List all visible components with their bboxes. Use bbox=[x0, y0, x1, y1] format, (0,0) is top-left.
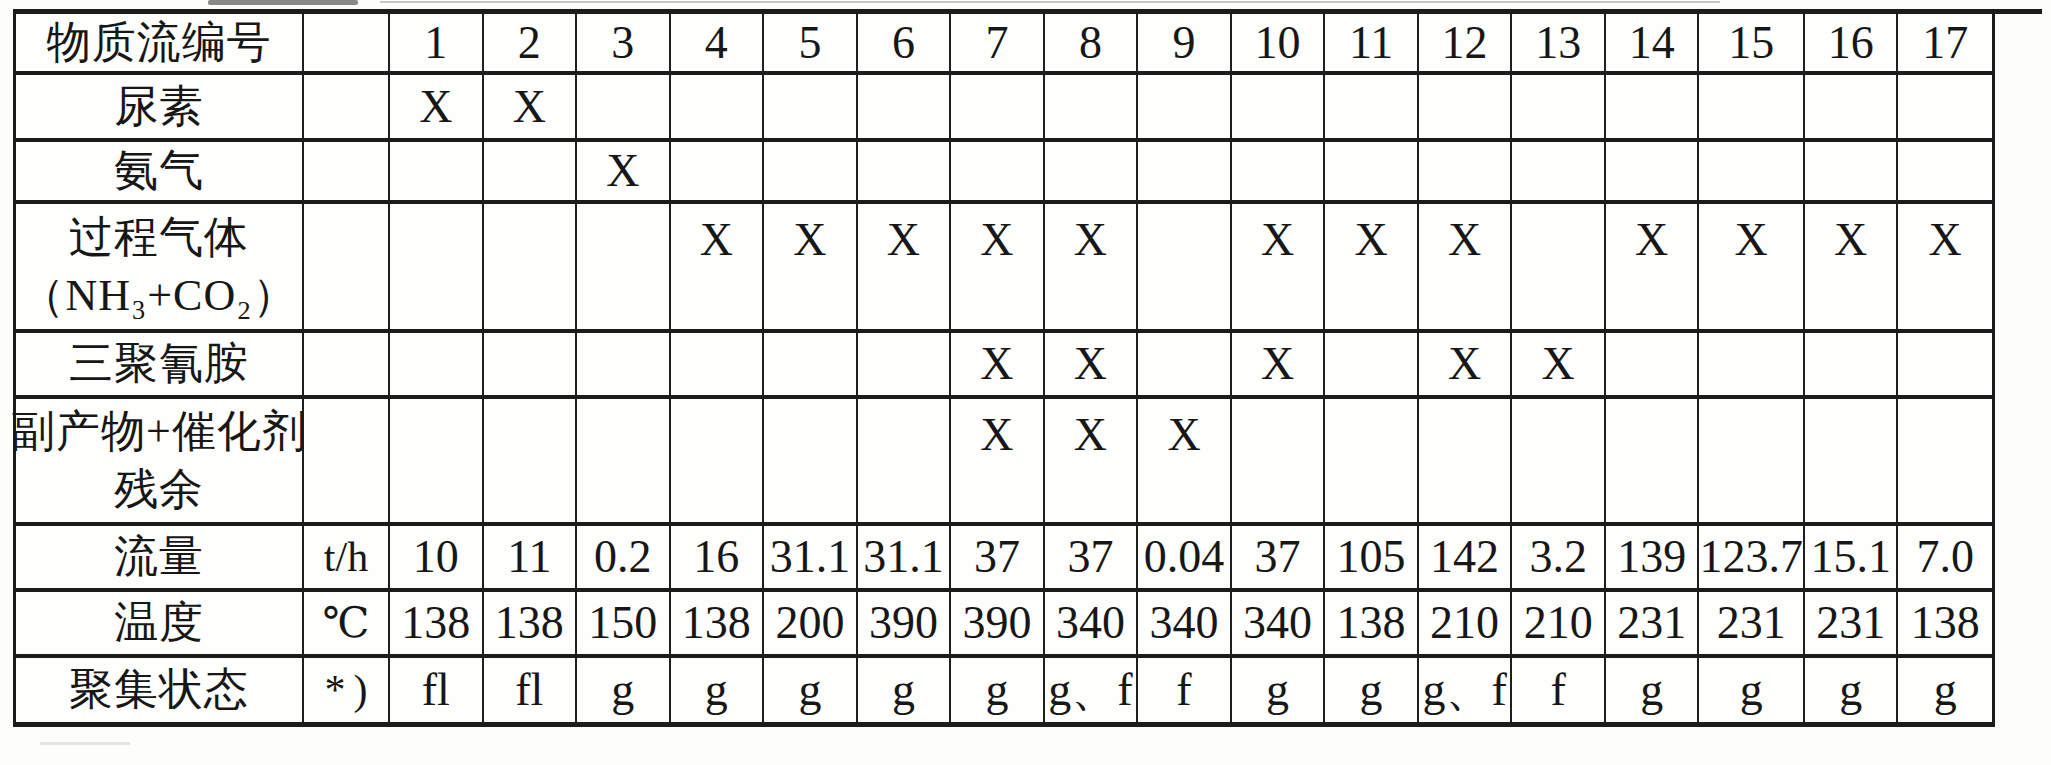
cell-ammonia-stream-3: X bbox=[577, 142, 671, 204]
cell-ammonia-stream-7 bbox=[951, 142, 1045, 204]
cell-stream-number-stream-15: 15 bbox=[1699, 14, 1805, 75]
cell-ammonia-stream-8 bbox=[1045, 142, 1139, 204]
cell-melamine-stream-16 bbox=[1805, 333, 1899, 399]
cell-ammonia-stream-10 bbox=[1232, 142, 1326, 204]
cell-aggregation-state-stream-4: g bbox=[671, 658, 765, 722]
cell-byproduct-catalyst-residue-stream-12 bbox=[1419, 399, 1513, 526]
row-label-ammonia-line: 氨气 bbox=[114, 142, 204, 200]
cell-process-gas-stream-12: X bbox=[1419, 204, 1513, 333]
cell-urea-stream-10 bbox=[1232, 75, 1326, 142]
cell-melamine-stream-14 bbox=[1606, 333, 1700, 399]
cell-urea-stream-14 bbox=[1606, 75, 1700, 142]
cell-temperature-stream-5: 200 bbox=[764, 592, 858, 658]
row-label-urea-line: 尿素 bbox=[114, 78, 204, 136]
cell-stream-number-stream-4: 4 bbox=[671, 14, 765, 75]
cell-ammonia-stream-11 bbox=[1325, 142, 1419, 204]
cell-ammonia-stream-16 bbox=[1805, 142, 1899, 204]
cell-aggregation-state-stream-16: g bbox=[1805, 658, 1899, 722]
cell-stream-number-stream-1: 1 bbox=[390, 14, 484, 75]
row-label-stream-number: 物质流编号 bbox=[16, 14, 304, 75]
row-label-stream-number-line: 物质流编号 bbox=[47, 14, 272, 72]
table-top-border-overhang bbox=[1990, 9, 2042, 14]
cell-melamine-stream-1 bbox=[390, 333, 484, 399]
cell-temperature-stream-15: 231 bbox=[1699, 592, 1805, 658]
cell-byproduct-catalyst-residue-stream-9: X bbox=[1138, 399, 1232, 526]
cell-stream-number-stream-13: 13 bbox=[1512, 14, 1606, 75]
cell-melamine-stream-7: X bbox=[951, 333, 1045, 399]
cell-flow-rate-stream-17: 7.0 bbox=[1898, 526, 1992, 592]
cell-process-gas-stream-10: X bbox=[1232, 204, 1326, 333]
cell-flow-rate-stream-7: 37 bbox=[951, 526, 1045, 592]
cell-temperature-stream-8: 340 bbox=[1045, 592, 1139, 658]
cell-stream-number-stream-3: 3 bbox=[577, 14, 671, 75]
cell-process-gas-stream-1 bbox=[390, 204, 484, 333]
row-unit-aggregation-state: *) bbox=[304, 658, 390, 722]
cell-stream-number-stream-10: 10 bbox=[1232, 14, 1326, 75]
cell-temperature-stream-7: 390 bbox=[951, 592, 1045, 658]
cell-process-gas-stream-7: X bbox=[951, 204, 1045, 333]
scanned-page: 物质流编号1234567891011121314151617尿素XX氨气X过程气… bbox=[0, 0, 2051, 765]
cell-urea-stream-2: X bbox=[484, 75, 578, 142]
cell-urea-stream-7 bbox=[951, 75, 1045, 142]
cell-byproduct-catalyst-residue-stream-13 bbox=[1512, 399, 1606, 526]
cell-stream-number-stream-8: 8 bbox=[1045, 14, 1139, 75]
row-label-byproduct-catalyst-residue-line: 残余 bbox=[114, 461, 204, 519]
cell-melamine-stream-2 bbox=[484, 333, 578, 399]
row-label-byproduct-catalyst-residue-line: 副产物+催化剂 bbox=[11, 403, 307, 461]
row-unit-temperature: ℃ bbox=[304, 592, 390, 658]
row-label-temperature: 温度 bbox=[16, 592, 304, 658]
cell-aggregation-state-stream-17: g bbox=[1898, 658, 1992, 722]
cell-temperature-stream-10: 340 bbox=[1232, 592, 1326, 658]
cell-ammonia-stream-6 bbox=[858, 142, 952, 204]
cell-melamine-stream-15 bbox=[1699, 333, 1805, 399]
cell-temperature-stream-4: 138 bbox=[671, 592, 765, 658]
cell-aggregation-state-stream-9: f bbox=[1138, 658, 1232, 722]
cell-melamine-stream-5 bbox=[764, 333, 858, 399]
cell-flow-rate-stream-15: 123.7 bbox=[1699, 526, 1805, 592]
cell-aggregation-state-stream-6: g bbox=[858, 658, 952, 722]
cell-byproduct-catalyst-residue-stream-16 bbox=[1805, 399, 1899, 526]
cell-process-gas-stream-2 bbox=[484, 204, 578, 333]
row-label-melamine-line: 三聚氰胺 bbox=[69, 335, 249, 393]
cell-flow-rate-stream-1: 10 bbox=[390, 526, 484, 592]
cell-process-gas-stream-17: X bbox=[1898, 204, 1992, 333]
cell-byproduct-catalyst-residue-stream-14 bbox=[1606, 399, 1700, 526]
cell-byproduct-catalyst-residue-stream-11 bbox=[1325, 399, 1419, 526]
cell-urea-stream-5 bbox=[764, 75, 858, 142]
cell-melamine-stream-17 bbox=[1898, 333, 1992, 399]
cell-byproduct-catalyst-residue-stream-6 bbox=[858, 399, 952, 526]
cell-aggregation-state-stream-7: g bbox=[951, 658, 1045, 722]
cell-aggregation-state-stream-8: g、f bbox=[1045, 658, 1139, 722]
row-label-urea: 尿素 bbox=[16, 75, 304, 142]
cell-aggregation-state-stream-1: fl bbox=[390, 658, 484, 722]
row-label-process-gas-line: （NH₃+CO₂） bbox=[20, 267, 297, 325]
cell-melamine-stream-8: X bbox=[1045, 333, 1139, 399]
cell-byproduct-catalyst-residue-stream-7: X bbox=[951, 399, 1045, 526]
cell-process-gas-stream-4: X bbox=[671, 204, 765, 333]
cell-temperature-stream-13: 210 bbox=[1512, 592, 1606, 658]
cell-flow-rate-stream-14: 139 bbox=[1606, 526, 1700, 592]
cell-urea-stream-15 bbox=[1699, 75, 1805, 142]
row-label-melamine: 三聚氰胺 bbox=[16, 333, 304, 399]
cell-ammonia-stream-1 bbox=[390, 142, 484, 204]
cell-temperature-stream-3: 150 bbox=[577, 592, 671, 658]
cell-stream-number-stream-6: 6 bbox=[858, 14, 952, 75]
cell-aggregation-state-stream-15: g bbox=[1699, 658, 1805, 722]
cell-aggregation-state-stream-13: f bbox=[1512, 658, 1606, 722]
cell-flow-rate-stream-4: 16 bbox=[671, 526, 765, 592]
row-label-flow-rate: 流量 bbox=[16, 526, 304, 592]
cell-flow-rate-stream-5: 31.1 bbox=[764, 526, 858, 592]
cell-ammonia-stream-14 bbox=[1606, 142, 1700, 204]
material-stream-table: 物质流编号1234567891011121314151617尿素XX氨气X过程气… bbox=[13, 9, 1995, 727]
row-unit-melamine bbox=[304, 333, 390, 399]
cell-process-gas-stream-6: X bbox=[858, 204, 952, 333]
scan-artifact-smudge bbox=[40, 742, 130, 745]
row-label-temperature-line: 温度 bbox=[114, 594, 204, 652]
cell-temperature-stream-9: 340 bbox=[1138, 592, 1232, 658]
cell-ammonia-stream-12 bbox=[1419, 142, 1513, 204]
cell-urea-stream-17 bbox=[1898, 75, 1992, 142]
cell-byproduct-catalyst-residue-stream-17 bbox=[1898, 399, 1992, 526]
cell-aggregation-state-stream-11: g bbox=[1325, 658, 1419, 722]
cell-melamine-stream-13: X bbox=[1512, 333, 1606, 399]
cell-process-gas-stream-14: X bbox=[1606, 204, 1700, 333]
cell-stream-number-stream-7: 7 bbox=[951, 14, 1045, 75]
cell-ammonia-stream-17 bbox=[1898, 142, 1992, 204]
row-unit-stream-number bbox=[304, 14, 390, 75]
cell-process-gas-stream-15: X bbox=[1699, 204, 1805, 333]
cell-stream-number-stream-12: 12 bbox=[1419, 14, 1513, 75]
cell-urea-stream-4 bbox=[671, 75, 765, 142]
row-label-ammonia: 氨气 bbox=[16, 142, 304, 204]
cell-stream-number-stream-14: 14 bbox=[1606, 14, 1700, 75]
cell-byproduct-catalyst-residue-stream-5 bbox=[764, 399, 858, 526]
cell-process-gas-stream-9 bbox=[1138, 204, 1232, 333]
cell-aggregation-state-stream-10: g bbox=[1232, 658, 1326, 722]
cell-stream-number-stream-11: 11 bbox=[1325, 14, 1419, 75]
cell-flow-rate-stream-6: 31.1 bbox=[858, 526, 952, 592]
cell-ammonia-stream-15 bbox=[1699, 142, 1805, 204]
cell-temperature-stream-12: 210 bbox=[1419, 592, 1513, 658]
cell-melamine-stream-9 bbox=[1138, 333, 1232, 399]
cell-byproduct-catalyst-residue-stream-10 bbox=[1232, 399, 1326, 526]
cell-melamine-stream-6 bbox=[858, 333, 952, 399]
row-label-process-gas-line: 过程气体 bbox=[69, 209, 249, 267]
cell-urea-stream-16 bbox=[1805, 75, 1899, 142]
cell-aggregation-state-stream-2: fl bbox=[484, 658, 578, 722]
cell-stream-number-stream-9: 9 bbox=[1138, 14, 1232, 75]
cell-process-gas-stream-11: X bbox=[1325, 204, 1419, 333]
cell-urea-stream-8 bbox=[1045, 75, 1139, 142]
cell-melamine-stream-11 bbox=[1325, 333, 1419, 399]
cell-ammonia-stream-9 bbox=[1138, 142, 1232, 204]
cell-byproduct-catalyst-residue-stream-8: X bbox=[1045, 399, 1139, 526]
cell-byproduct-catalyst-residue-stream-1 bbox=[390, 399, 484, 526]
cell-flow-rate-stream-3: 0.2 bbox=[577, 526, 671, 592]
cell-flow-rate-stream-2: 11 bbox=[484, 526, 578, 592]
scan-artifact-blob bbox=[208, 0, 358, 5]
cell-flow-rate-stream-13: 3.2 bbox=[1512, 526, 1606, 592]
cell-melamine-stream-3 bbox=[577, 333, 671, 399]
cell-stream-number-stream-16: 16 bbox=[1805, 14, 1899, 75]
cell-melamine-stream-12: X bbox=[1419, 333, 1513, 399]
row-unit-ammonia bbox=[304, 142, 390, 204]
cell-ammonia-stream-5 bbox=[764, 142, 858, 204]
cell-melamine-stream-4 bbox=[671, 333, 765, 399]
row-unit-byproduct-catalyst-residue bbox=[304, 399, 390, 526]
cell-temperature-stream-11: 138 bbox=[1325, 592, 1419, 658]
cell-stream-number-stream-17: 17 bbox=[1898, 14, 1992, 75]
cell-urea-stream-12 bbox=[1419, 75, 1513, 142]
row-unit-flow-rate: t/h bbox=[304, 526, 390, 592]
cell-temperature-stream-14: 231 bbox=[1606, 592, 1700, 658]
cell-urea-stream-1: X bbox=[390, 75, 484, 142]
cell-urea-stream-11 bbox=[1325, 75, 1419, 142]
cell-process-gas-stream-3 bbox=[577, 204, 671, 333]
row-label-flow-rate-line: 流量 bbox=[114, 528, 204, 586]
row-label-aggregation-state: 聚集状态 bbox=[16, 658, 304, 722]
row-unit-urea bbox=[304, 75, 390, 142]
cell-temperature-stream-1: 138 bbox=[390, 592, 484, 658]
cell-byproduct-catalyst-residue-stream-2 bbox=[484, 399, 578, 526]
cell-byproduct-catalyst-residue-stream-4 bbox=[671, 399, 765, 526]
cell-flow-rate-stream-11: 105 bbox=[1325, 526, 1419, 592]
cell-temperature-stream-6: 390 bbox=[858, 592, 952, 658]
cell-stream-number-stream-5: 5 bbox=[764, 14, 858, 75]
cell-process-gas-stream-13 bbox=[1512, 204, 1606, 333]
cell-flow-rate-stream-12: 142 bbox=[1419, 526, 1513, 592]
cell-process-gas-stream-8: X bbox=[1045, 204, 1139, 333]
cell-ammonia-stream-2 bbox=[484, 142, 578, 204]
row-unit-process-gas bbox=[304, 204, 390, 333]
cell-byproduct-catalyst-residue-stream-3 bbox=[577, 399, 671, 526]
cell-flow-rate-stream-10: 37 bbox=[1232, 526, 1326, 592]
cell-flow-rate-stream-8: 37 bbox=[1045, 526, 1139, 592]
cell-aggregation-state-stream-12: g、f bbox=[1419, 658, 1513, 722]
cell-melamine-stream-10: X bbox=[1232, 333, 1326, 399]
row-label-byproduct-catalyst-residue: 副产物+催化剂残余 bbox=[16, 399, 304, 526]
cell-aggregation-state-stream-5: g bbox=[764, 658, 858, 722]
cell-temperature-stream-17: 138 bbox=[1898, 592, 1992, 658]
cell-stream-number-stream-2: 2 bbox=[484, 14, 578, 75]
cell-flow-rate-stream-9: 0.04 bbox=[1138, 526, 1232, 592]
scan-artifact-line bbox=[380, 1, 1720, 3]
cell-aggregation-state-stream-3: g bbox=[577, 658, 671, 722]
cell-temperature-stream-2: 138 bbox=[484, 592, 578, 658]
row-label-aggregation-state-line: 聚集状态 bbox=[69, 661, 249, 719]
cell-urea-stream-13 bbox=[1512, 75, 1606, 142]
cell-process-gas-stream-16: X bbox=[1805, 204, 1899, 333]
cell-urea-stream-3 bbox=[577, 75, 671, 142]
cell-temperature-stream-16: 231 bbox=[1805, 592, 1899, 658]
cell-process-gas-stream-5: X bbox=[764, 204, 858, 333]
cell-urea-stream-6 bbox=[858, 75, 952, 142]
cell-ammonia-stream-13 bbox=[1512, 142, 1606, 204]
row-label-process-gas: 过程气体（NH₃+CO₂） bbox=[16, 204, 304, 333]
cell-flow-rate-stream-16: 15.1 bbox=[1805, 526, 1899, 592]
cell-ammonia-stream-4 bbox=[671, 142, 765, 204]
cell-byproduct-catalyst-residue-stream-15 bbox=[1699, 399, 1805, 526]
cell-urea-stream-9 bbox=[1138, 75, 1232, 142]
cell-aggregation-state-stream-14: g bbox=[1606, 658, 1700, 722]
